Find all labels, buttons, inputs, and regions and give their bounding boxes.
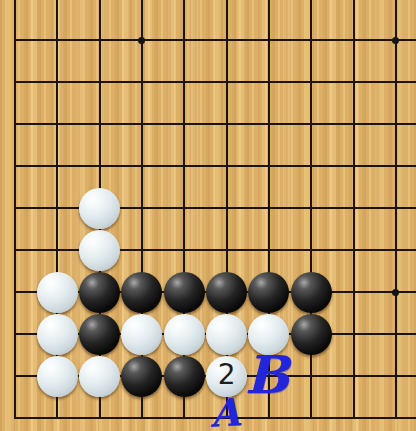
annotation-B[interactable]: B xyxy=(245,349,289,401)
go-board[interactable]: 2 AB xyxy=(0,0,416,431)
annotations-layer: AB xyxy=(0,0,416,431)
annotation-A[interactable]: A xyxy=(209,393,240,431)
